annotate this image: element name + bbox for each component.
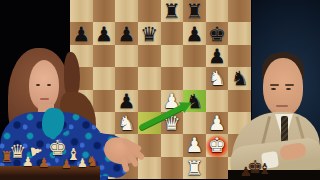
square-e5 [161,67,184,89]
square-a4 [70,90,93,112]
square-d3 [138,112,161,134]
right-player-neck [276,110,292,122]
piece-white-rook-f1: ♜ [185,158,203,178]
square-g4 [206,90,229,112]
suit-lapel [260,116,271,150]
left-player-neck [38,104,54,120]
mouth [276,105,288,107]
chess-board: ♜♜♟♟♟♛♟♚♟♞♞♟♟♞♞♛♟♟♚♜ [70,0,251,179]
square-a5 [70,67,93,89]
square-f1: ♜ [183,157,206,179]
left-background [0,0,70,180]
piece-black-rook-e8: ♜ [163,1,181,21]
suit-lapel [295,116,307,150]
physical-piece: ♜ [0,150,13,165]
square-c7: ♟ [115,22,138,44]
mouth [40,98,49,100]
eye [36,84,40,86]
piece-black-knight-h5: ♞ [231,68,249,88]
square-b5 [93,67,116,89]
piece-white-pawn-e4: ♟ [163,91,181,111]
square-e7 [161,22,184,44]
eyebrow [285,84,294,86]
square-h5: ♞ [228,67,251,89]
square-c4: ♟ [115,90,138,112]
square-f7: ♟ [183,22,206,44]
square-h7 [228,22,251,44]
square-h8 [228,0,251,22]
right-player-hand [279,142,307,161]
square-c1 [115,157,138,179]
square-f3 [183,112,206,134]
square-d6 [138,45,161,67]
square-a6 [70,45,93,67]
square-f2: ♟ [183,134,206,156]
square-g1 [206,157,229,179]
square-d7: ♛ [138,22,161,44]
square-h2 [228,134,251,156]
shirt-cuff [261,151,279,169]
piece-white-pawn-g3: ♟ [208,113,226,133]
square-g6: ♟ [206,45,229,67]
square-h6 [228,45,251,67]
square-e3: ♛ [161,112,184,134]
right-player-tie [281,116,288,148]
square-d5 [138,67,161,89]
right-background [252,0,320,180]
physical-piece: ♛ [9,142,26,161]
piece-black-queen-d7: ♛ [140,24,158,44]
left-player-hair [8,48,72,154]
square-d4 [138,90,161,112]
square-g7: ♚ [206,22,229,44]
square-f5 [183,67,206,89]
piece-black-pawn-a7: ♟ [72,24,90,44]
square-f8: ♜ [183,0,206,22]
right-player-face [263,58,303,116]
video-thumbnail-scene: ♜♜♟♟♟♛♟♚♟♞♞♟♟♞♞♛♟♟♚♜ ♜♛♟♟♟♚♟♝♟♞ [0,0,320,180]
square-h1 [228,157,251,179]
square-e8: ♜ [161,0,184,22]
eye [47,84,51,86]
square-g2: ♚ [206,134,229,156]
eye [286,88,291,90]
table-edge [0,166,100,180]
square-e1 [161,157,184,179]
piece-black-pawn-f7: ♟ [185,24,203,44]
piece-black-pawn-g6: ♟ [208,46,226,66]
eye [271,88,276,90]
physical-piece: ♚ [48,138,67,159]
piece-white-queen-e3: ♛ [163,113,181,133]
physical-piece: ♝ [258,162,271,177]
square-e6 [161,45,184,67]
square-c6 [115,45,138,67]
square-b6 [93,45,116,67]
square-b3 [93,112,116,134]
piece-white-knight-c3: ♞ [118,113,136,133]
square-g8 [206,0,229,22]
square-c2 [115,134,138,156]
right-player-shirt [275,114,293,144]
square-c3: ♞ [115,112,138,134]
piece-black-knight-f4: ♞ [185,91,203,111]
square-b2 [93,134,116,156]
square-h3 [228,112,251,134]
square-a2 [70,134,93,156]
square-c8 [115,0,138,22]
square-d2 [138,134,161,156]
square-d1 [138,157,161,179]
piece-black-pawn-c4: ♟ [118,91,136,111]
piece-black-rook-f8: ♜ [185,1,203,21]
square-c5 [115,67,138,89]
piece-white-pawn-f2: ♟ [185,135,203,155]
square-f4: ♞ [183,90,206,112]
square-b8 [93,0,116,22]
piece-white-knight-g5: ♞ [208,68,226,88]
square-h4 [228,90,251,112]
square-e2 [161,134,184,156]
right-player-hair [262,52,304,86]
square-g3: ♟ [206,112,229,134]
piece-black-pawn-c7: ♟ [118,24,136,44]
square-b4 [93,90,116,112]
square-a3 [70,112,93,134]
left-player-collar [40,107,66,140]
square-d8 [138,0,161,22]
eyebrow [270,84,279,86]
square-a8 [70,0,93,22]
left-player-face [29,60,59,110]
square-b7: ♟ [93,22,116,44]
physical-piece: ♟ [28,144,44,159]
piece-black-pawn-b7: ♟ [95,24,113,44]
piece-white-king-g2: ♚ [208,135,226,155]
square-a7: ♟ [70,22,93,44]
square-f6 [183,45,206,67]
square-e4: ♟ [161,90,184,112]
square-g5: ♞ [206,67,229,89]
piece-black-king-g7: ♚ [208,24,226,44]
